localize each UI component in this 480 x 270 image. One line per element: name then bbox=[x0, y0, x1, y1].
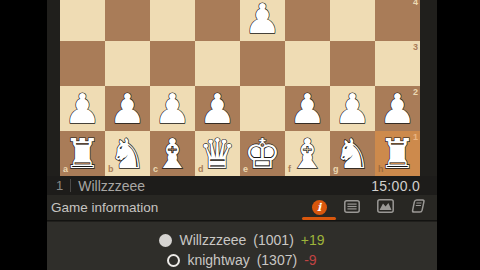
chess-board: ♟43♟♟♟♟♟♟♟2♜a♞b♝c♛d♚e♝f♞g♜h1 bbox=[60, 0, 420, 176]
square-f1[interactable]: ♝f bbox=[285, 131, 330, 176]
square-h1[interactable]: ♜h1 bbox=[375, 131, 420, 176]
square-g4[interactable] bbox=[330, 0, 375, 41]
white-side-icon bbox=[159, 234, 172, 247]
divider bbox=[70, 179, 71, 192]
square-a1[interactable]: ♜a bbox=[60, 131, 105, 176]
square-c1[interactable]: ♝c bbox=[150, 131, 195, 176]
coord-rank-1: 1 bbox=[413, 133, 418, 142]
white-bishop[interactable]: ♝ bbox=[285, 131, 330, 176]
black-player-row[interactable]: knightway (1307) -9 bbox=[167, 252, 316, 268]
player-bar: 1 Willzzzeee 15:00.0 bbox=[47, 176, 437, 195]
black-player-name: knightway bbox=[187, 252, 249, 268]
coord-file-d: d bbox=[198, 165, 204, 174]
white-pawn[interactable]: ♟ bbox=[150, 86, 195, 131]
white-player-row[interactable]: Willzzzeee (1001) +19 bbox=[159, 232, 324, 248]
square-f2[interactable]: ♟ bbox=[285, 86, 330, 131]
coord-file-b: b bbox=[108, 165, 114, 174]
white-pawn[interactable]: ♟ bbox=[105, 86, 150, 131]
coord-file-c: c bbox=[153, 165, 158, 174]
square-g2[interactable]: ♟ bbox=[330, 86, 375, 131]
player-clock: 15:00.0 bbox=[371, 178, 420, 194]
white-pawn[interactable]: ♟ bbox=[330, 86, 375, 131]
coord-rank-4: 4 bbox=[413, 0, 418, 7]
tab-bar-title: Game information bbox=[51, 200, 158, 215]
square-g1[interactable]: ♞g bbox=[330, 131, 375, 176]
lichess-app-window: ♟43♟♟♟♟♟♟♟2♜a♞b♝c♛d♚e♝f♞g♜h1 1 Willzzzee… bbox=[47, 0, 437, 270]
square-d1[interactable]: ♛d bbox=[195, 131, 240, 176]
tab-game-information[interactable]: i bbox=[308, 195, 330, 220]
square-c4[interactable] bbox=[150, 0, 195, 41]
square-e4[interactable]: ♟ bbox=[240, 0, 285, 41]
tab-opening-book[interactable] bbox=[407, 195, 429, 220]
square-b3[interactable] bbox=[105, 41, 150, 86]
square-d3[interactable] bbox=[195, 41, 240, 86]
coord-rank-2: 2 bbox=[413, 88, 418, 97]
square-h3[interactable]: 3 bbox=[375, 41, 420, 86]
square-e1[interactable]: ♚e bbox=[240, 131, 285, 176]
coord-rank-3: 3 bbox=[413, 43, 418, 52]
opening-book-icon bbox=[410, 199, 426, 216]
analysis-chart-icon bbox=[377, 199, 394, 216]
square-f4[interactable] bbox=[285, 0, 330, 41]
white-pawn[interactable]: ♟ bbox=[195, 86, 240, 131]
square-a3[interactable] bbox=[60, 41, 105, 86]
white-pawn[interactable]: ♟ bbox=[240, 0, 285, 41]
square-d2[interactable]: ♟ bbox=[195, 86, 240, 131]
white-rating-change: +19 bbox=[301, 232, 325, 248]
coord-file-g: g bbox=[333, 165, 339, 174]
coord-file-e: e bbox=[243, 165, 248, 174]
square-g3[interactable] bbox=[330, 41, 375, 86]
square-a4[interactable] bbox=[60, 0, 105, 41]
square-b1[interactable]: ♞b bbox=[105, 131, 150, 176]
black-side-icon bbox=[167, 254, 180, 267]
white-pawn[interactable]: ♟ bbox=[60, 86, 105, 131]
white-pawn[interactable]: ♟ bbox=[285, 86, 330, 131]
tab-analysis[interactable] bbox=[374, 195, 396, 220]
square-a2[interactable]: ♟ bbox=[60, 86, 105, 131]
coord-file-h: h bbox=[378, 165, 384, 174]
white-player-rating: (1001) bbox=[253, 232, 293, 248]
square-h4[interactable]: 4 bbox=[375, 0, 420, 41]
black-player-rating: (1307) bbox=[257, 252, 297, 268]
player-bar-name: Willzzzeee bbox=[78, 178, 145, 194]
tab-icons: i bbox=[308, 195, 437, 220]
square-c3[interactable] bbox=[150, 41, 195, 86]
white-player-name: Willzzzeee bbox=[179, 232, 246, 248]
coord-file-a: a bbox=[63, 165, 68, 174]
square-d4[interactable] bbox=[195, 0, 240, 41]
square-h2[interactable]: ♟2 bbox=[375, 86, 420, 131]
coord-file-f: f bbox=[288, 165, 291, 174]
square-c2[interactable]: ♟ bbox=[150, 86, 195, 131]
move-list-icon bbox=[344, 200, 360, 216]
game-information-panel: Willzzzeee (1001) +19 knightway (1307) -… bbox=[47, 222, 437, 270]
square-e3[interactable] bbox=[240, 41, 285, 86]
square-b2[interactable]: ♟ bbox=[105, 86, 150, 131]
square-f3[interactable] bbox=[285, 41, 330, 86]
tab-bar: Game information i bbox=[47, 195, 437, 221]
move-number: 1 bbox=[56, 178, 63, 193]
square-e2[interactable] bbox=[240, 86, 285, 131]
black-rating-change: -9 bbox=[304, 252, 316, 268]
info-circle-icon: i bbox=[312, 200, 327, 215]
square-b4[interactable] bbox=[105, 0, 150, 41]
tab-move-list[interactable] bbox=[341, 195, 363, 220]
